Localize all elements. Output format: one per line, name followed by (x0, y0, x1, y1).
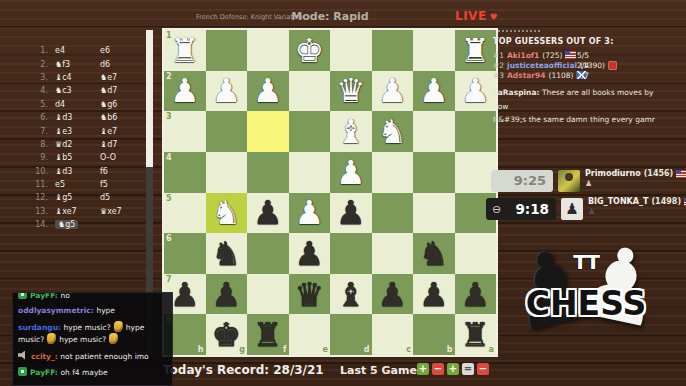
white-pawn-h2[interactable]: ♟ (164, 71, 206, 112)
result-win-icon: + (417, 363, 429, 375)
chess-board: 1♜♚♜2♟♟♟♛♟♟♟3♝♞4♟5♞♟♟♟6♞♟♞7♟♟♛♝♟♟♟8hg♚f♜… (162, 28, 498, 357)
white-avatar (558, 170, 580, 192)
square-d3[interactable]: ♝ (330, 111, 372, 152)
square-a3[interactable] (455, 111, 497, 152)
white-move[interactable]: ♞f3 (55, 60, 100, 69)
square-e6[interactable]: ♟ (289, 233, 331, 274)
black-avatar: ♟ (561, 198, 583, 220)
file-label-e: e (323, 345, 328, 354)
square-g6[interactable]: ♞ (206, 233, 248, 274)
guesser-name: Adstar94 (507, 71, 545, 80)
white-pawn-e5[interactable]: ♟ (289, 193, 331, 234)
avatar-photo-head (565, 173, 573, 181)
square-f2[interactable]: ♟ (247, 71, 289, 112)
chat-username: surdangu: (18, 323, 64, 332)
guesser-rating: (1108) (548, 71, 573, 80)
chat-message: PayFF: no (18, 292, 167, 301)
logo-chess-text: CHESS (492, 284, 680, 323)
black-move[interactable]: f5 (100, 180, 149, 189)
chat-message: oddlyasymmetric: hype (18, 306, 167, 316)
black-player-rating: (1498) (651, 198, 681, 206)
clock-icon: ⊖ (492, 203, 501, 216)
move-row-12[interactable]: 12.♝g5d5 (33, 191, 149, 204)
square-d2[interactable]: ♛ (330, 71, 372, 112)
move-row-14[interactable]: 14.♞g5 (33, 218, 149, 231)
red-badge-icon (608, 61, 617, 70)
white-move[interactable]: ♝d3 (55, 113, 100, 122)
black-move[interactable]: f6 (100, 167, 149, 176)
stream-screen: French Defense: Knight Variation Mode: R… (0, 0, 686, 386)
move-number: 4. (33, 86, 48, 95)
live-label: LIVE (455, 9, 487, 23)
white-rook-a1[interactable]: ♜ (455, 30, 497, 71)
square-f4[interactable] (247, 152, 289, 193)
square-f8[interactable]: f♜ (247, 314, 289, 355)
white-move[interactable]: e4 (55, 46, 100, 55)
square-e5[interactable]: ♟ (289, 193, 331, 234)
rank-label-3: 3 (166, 112, 172, 121)
white-move[interactable]: e5 (55, 180, 100, 189)
guesser-rank: #2 (493, 61, 504, 70)
white-move[interactable]: ♝c4 (55, 73, 100, 82)
move-number: 3. (33, 73, 48, 82)
guesser-row: #3Adstar94(1108)2/7 (493, 70, 685, 80)
black-move[interactable]: ♝d7 (100, 140, 149, 149)
live-heart-icon: ♥ (490, 12, 499, 22)
move-number: 6. (33, 113, 48, 122)
sub-badge-icon (18, 367, 27, 376)
guesser-row: #2justiceteaofficial(1390)2/4 (493, 60, 685, 70)
white-pawn-d4[interactable]: ♟ (330, 152, 372, 193)
white-move[interactable]: ♝e3 (55, 127, 100, 136)
square-b2[interactable]: ♟ (413, 71, 455, 112)
white-player-name: Primodiurno (585, 170, 641, 178)
black-pawn-g7[interactable]: ♟ (206, 274, 248, 315)
square-e7[interactable]: ♛ (289, 274, 331, 315)
black-move[interactable]: d5 (100, 193, 149, 202)
square-c3[interactable]: ♞ (372, 111, 414, 152)
white-player-rating: (1456) (644, 170, 674, 178)
move-number: 8. (33, 140, 48, 149)
white-move[interactable]: ♛d2 (55, 140, 100, 149)
white-bishop-d3[interactable]: ♝ (330, 111, 372, 152)
last-5-results: +−+=− (417, 363, 489, 375)
square-c4[interactable] (372, 152, 414, 193)
guesser-name: justiceteaofficial (507, 61, 577, 70)
move-number: 11. (33, 180, 48, 189)
square-e4[interactable] (289, 152, 331, 193)
square-f1[interactable] (247, 30, 289, 71)
guesser-score: 2/4 (577, 61, 589, 70)
square-g2[interactable]: ♟ (206, 71, 248, 112)
black-move[interactable]: e6 (100, 46, 149, 55)
square-f5[interactable]: ♟ (247, 193, 289, 234)
black-move[interactable]: ♞e7 (100, 73, 149, 82)
square-a7[interactable]: ♟ (455, 274, 497, 315)
square-a1[interactable]: ♜ (455, 30, 497, 71)
chat-username: PayFF: (30, 368, 60, 377)
square-h2[interactable]: 2♟ (164, 71, 206, 112)
move-row-10[interactable]: 10.♝d3f6 (33, 165, 149, 178)
move-row-5[interactable]: 5.d4♞g6 (33, 98, 149, 111)
move-number: 10. (33, 167, 48, 176)
guesser-rank: #3 (493, 71, 504, 80)
horn-emote-icon (114, 321, 123, 332)
white-knight-g5[interactable]: ♞ (206, 193, 248, 234)
square-a4[interactable] (455, 152, 497, 193)
black-rook-f8[interactable]: ♜ (247, 314, 289, 355)
black-pawn-c7[interactable]: ♟ (372, 274, 414, 315)
square-b5[interactable] (413, 193, 455, 234)
chat-comment: LaRaspina: These are all books moves by … (493, 86, 668, 127)
square-d7[interactable]: ♝ (330, 274, 372, 315)
white-pawn-b2[interactable]: ♟ (413, 71, 455, 112)
channel-logo: ♟ ♟ TT CHESS (508, 238, 664, 358)
move-row-13[interactable]: 13.♝xe7♛xe7 (33, 205, 149, 218)
square-h4[interactable]: 4 (164, 152, 206, 193)
square-b8[interactable]: b (413, 314, 455, 355)
square-e2[interactable] (289, 71, 331, 112)
chat-username: ccity_: (31, 352, 60, 361)
white-move[interactable]: ♝b5 (55, 153, 100, 162)
white-move[interactable]: ♞c3 (55, 86, 100, 95)
square-d1[interactable] (330, 30, 372, 71)
result-win-icon: + (447, 363, 459, 375)
square-h6[interactable]: 6 (164, 233, 206, 274)
square-f3[interactable] (247, 111, 289, 152)
square-g7[interactable]: ♟ (206, 274, 248, 315)
file-label-d: d (364, 345, 370, 354)
guessers-panel: TOP GUESSERS OUT OF 3: #1Aki1of1(725)5/5… (493, 28, 685, 127)
white-move[interactable]: ♝d3 (55, 167, 100, 176)
mode-label: Mode: Rapid (250, 10, 410, 23)
black-move[interactable]: ♞b6 (100, 113, 149, 122)
live-badge: LIVE♥ (455, 9, 498, 23)
white-pawn-g2[interactable]: ♟ (206, 71, 248, 112)
speaker-badge-icon (18, 351, 28, 360)
white-move[interactable]: d4 (55, 100, 100, 109)
move-row-9[interactable]: 9.♝b5O-O (33, 151, 149, 164)
file-label-b: b (447, 345, 453, 354)
square-d4[interactable]: ♟ (330, 152, 372, 193)
player-black-row: ⊖ 9:18 ♟ BIG_TONKA_T (1498) ◆ IIII ♟ (486, 198, 686, 220)
us-flag-icon (565, 51, 576, 59)
comment-username: LaRaspina: (493, 88, 539, 97)
move-number: 14. (33, 220, 48, 229)
square-a6[interactable] (455, 233, 497, 274)
rank-label-4: 4 (166, 153, 172, 162)
black-move[interactable]: ♛xe7 (100, 207, 149, 216)
square-d6[interactable] (330, 233, 372, 274)
white-queen-d2[interactable]: ♛ (330, 71, 372, 112)
move-row-3[interactable]: 3.♝c4♞e7 (33, 71, 149, 84)
move-row-6[interactable]: 6.♝d3♞b6 (33, 111, 149, 124)
chat-message: PayFF: oh f4 maybe (18, 367, 167, 378)
black-bishop-d7[interactable]: ♝ (330, 274, 372, 315)
move-row-2[interactable]: 2.♞f3d6 (33, 57, 149, 70)
move-number: 7. (33, 127, 48, 136)
chat-username: oddlyasymmetric: (18, 306, 96, 315)
square-e1[interactable]: ♚ (289, 30, 331, 71)
square-h5[interactable]: 5 (164, 193, 206, 234)
move-row-4[interactable]: 4.♞c3♞d7 (33, 84, 149, 97)
black-pawn-b7[interactable]: ♟ (413, 274, 455, 315)
white-pawn-f2[interactable]: ♟ (247, 71, 289, 112)
todays-record: Today's Record: 28/3/21 (163, 363, 324, 377)
white-pawn-c2[interactable]: ♟ (372, 71, 414, 112)
comment-line2: It&#39;s the same damn thing every gamr (493, 115, 655, 124)
result-draw-icon: = (462, 363, 474, 375)
move-row-1[interactable]: 1.e4e6 (33, 44, 149, 57)
square-d8[interactable]: d (330, 314, 372, 355)
result-loss-icon: − (432, 363, 444, 375)
square-c2[interactable]: ♟ (372, 71, 414, 112)
black-move[interactable]: d6 (100, 60, 149, 69)
square-g4[interactable] (206, 152, 248, 193)
move-row-8[interactable]: 8.♛d2♝d7 (33, 138, 149, 151)
square-f6[interactable] (247, 233, 289, 274)
white-pawn-a2[interactable]: ♟ (455, 71, 497, 112)
square-a2[interactable]: ♟ (455, 71, 497, 112)
guesser-rank: #1 (493, 51, 504, 60)
black-rook-a8[interactable]: ♜ (455, 314, 497, 355)
result-loss-icon: − (477, 363, 489, 375)
square-e3[interactable] (289, 111, 331, 152)
white-knight-c3[interactable]: ♞ (372, 111, 414, 152)
square-e8[interactable]: e (289, 314, 331, 355)
square-c7[interactable]: ♟ (372, 274, 414, 315)
black-side-pawn-icon: ♟ (588, 208, 686, 216)
black-move[interactable]: O-O (100, 153, 149, 162)
horn-emote-icon (47, 333, 56, 344)
move-number: 2. (33, 60, 48, 69)
white-clock: 9:25 (491, 170, 553, 192)
guesser-score: 2/7 (577, 71, 589, 80)
white-king-e1[interactable]: ♚ (289, 30, 331, 71)
square-h1[interactable]: 1♜ (164, 30, 206, 71)
guesser-score: 5/5 (577, 51, 589, 60)
move-row-11[interactable]: 11.e5f5 (33, 178, 149, 191)
chat-overlay: PayFF: nooddlyasymmetric: hypesurdangu: … (12, 292, 173, 386)
file-label-h: h (198, 345, 204, 354)
square-d5[interactable]: ♟ (330, 193, 372, 234)
move-number: 13. (33, 207, 48, 216)
us-flag-icon (676, 170, 686, 178)
guesser-name: Aki1of1 (507, 51, 539, 60)
square-h3[interactable]: 3 (164, 111, 206, 152)
black-queen-e7[interactable]: ♛ (289, 274, 331, 315)
square-c1[interactable] (372, 30, 414, 71)
black-pawn-e6[interactable]: ♟ (289, 233, 331, 274)
square-c8[interactable]: c (372, 314, 414, 355)
black-pawn-f5[interactable]: ♟ (247, 193, 289, 234)
square-b6[interactable]: ♞ (413, 233, 455, 274)
square-a8[interactable]: a♜ (455, 314, 497, 355)
move-number: 12. (33, 193, 48, 202)
black-move[interactable]: ♝e7 (100, 127, 149, 136)
black-move[interactable]: ♞g6 (100, 100, 149, 109)
chat-message: ccity_: not patient enough imo (18, 351, 167, 362)
sub-badge-icon (18, 292, 27, 299)
black-clock-time: 9:18 (515, 201, 556, 217)
black-pawn-d5[interactable]: ♟ (330, 193, 372, 234)
square-b4[interactable] (413, 152, 455, 193)
last-5-games-label: Last 5 Games: (340, 364, 428, 377)
square-f7[interactable] (247, 274, 289, 315)
white-move[interactable]: ♝xe7 (55, 207, 100, 216)
black-clock: ⊖ 9:18 (486, 198, 556, 220)
chat-message: surdangu: hype music?hype music?hype mus… (18, 321, 167, 345)
square-c5[interactable] (372, 193, 414, 234)
move-list: 1.e4e62.♞f3d63.♝c4♞e74.♞c3♞d75.d4♞g66.♝d… (33, 44, 149, 231)
logo-tt-text: TT (508, 250, 664, 274)
player-white-row: 9:25 Primodiurno (1456) ◆ IIII ♟ (491, 170, 686, 192)
square-g1[interactable] (206, 30, 248, 71)
move-number: 9. (33, 153, 48, 162)
square-c6[interactable] (372, 233, 414, 274)
square-g5[interactable]: ♞ (206, 193, 248, 234)
chat-username: PayFF: (30, 292, 60, 300)
white-side-pawn-icon: ♟ (585, 180, 686, 188)
black-move[interactable]: ♞d7 (100, 86, 149, 95)
square-b7[interactable]: ♟ (413, 274, 455, 315)
black-knight-g6[interactable]: ♞ (206, 233, 248, 274)
square-g3[interactable] (206, 111, 248, 152)
black-player-name: BIG_TONKA_T (588, 198, 648, 206)
white-move[interactable]: ♞g5 (55, 220, 100, 229)
file-label-c: c (406, 345, 411, 354)
dotted-divider (493, 30, 540, 32)
black-knight-b6[interactable]: ♞ (413, 233, 455, 274)
avatar-pawn-icon: ♟ (565, 200, 578, 218)
white-move[interactable]: ♝g5 (55, 193, 100, 202)
guesser-row: #1Aki1of1(725)5/5 (493, 50, 685, 60)
rank-label-5: 5 (166, 194, 172, 203)
move-number: 1. (33, 46, 48, 55)
white-rook-h1[interactable]: ♜ (164, 30, 206, 71)
guesser-rating: (725) (542, 51, 562, 60)
move-row-7[interactable]: 7.♝e3♝e7 (33, 124, 149, 137)
rank-label-6: 6 (166, 234, 172, 243)
eval-bar-white (146, 30, 153, 167)
square-b1[interactable] (413, 30, 455, 71)
square-g8[interactable]: g♚ (206, 314, 248, 355)
guessers-title: TOP GUESSERS OUT OF 3: (493, 37, 685, 46)
move-number: 5. (33, 100, 48, 109)
square-b3[interactable] (413, 111, 455, 152)
black-king-g8[interactable]: ♚ (206, 314, 248, 355)
horn-emote-icon (109, 333, 118, 344)
black-pawn-a7[interactable]: ♟ (455, 274, 497, 315)
